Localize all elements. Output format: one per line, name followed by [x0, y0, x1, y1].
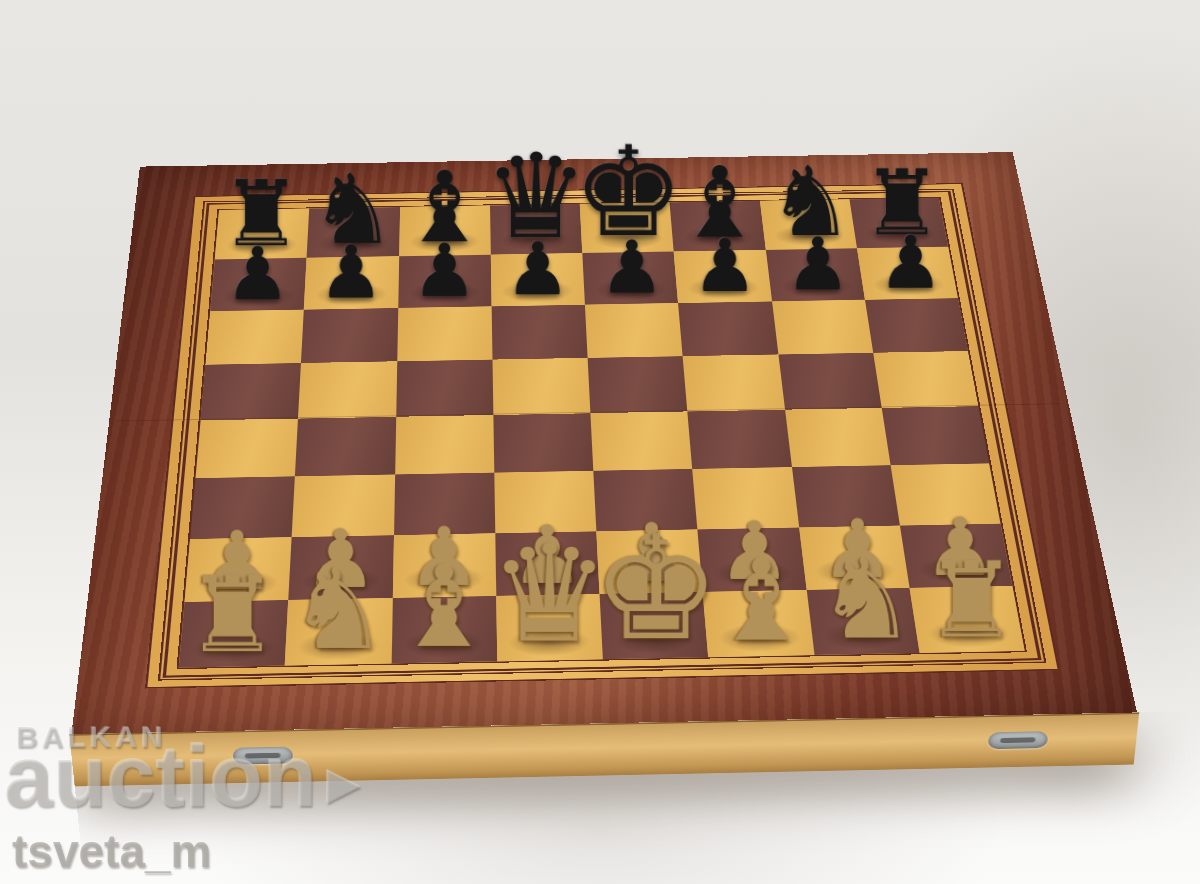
white-knight: ♞	[817, 547, 916, 652]
square-d5	[492, 358, 590, 415]
square-d1: ♛	[496, 594, 603, 662]
white-rook: ♜	[925, 552, 1018, 651]
black-pawn: ♟	[692, 232, 757, 301]
square-h6	[865, 298, 968, 353]
square-h5	[873, 351, 978, 408]
square-e4	[590, 411, 692, 470]
square-g4	[785, 408, 891, 467]
board-squares: ♜♞♝♛♚♝♞♜♟♟♟♟♟♟♟♟♟♟♟♟♟♟♟♟♜♞♝♛♚♝♞♜	[176, 197, 1027, 669]
square-e1: ♚	[600, 592, 709, 659]
square-d4	[493, 413, 593, 473]
white-queen: ♛	[489, 531, 610, 659]
square-c6	[397, 306, 492, 361]
square-h7: ♟	[857, 247, 958, 300]
square-b7: ♟	[304, 256, 399, 309]
white-knight: ♞	[288, 558, 388, 664]
black-pawn: ♟	[224, 240, 290, 310]
square-d6	[491, 304, 587, 359]
black-pawn: ♟	[505, 235, 570, 304]
square-d7: ♟	[491, 253, 585, 306]
black-pawn: ♟	[412, 236, 478, 305]
board-pinstripe-border: ♜♞♝♛♚♝♞♜♟♟♟♟♟♟♟♟♟♟♟♟♟♟♟♟♜♞♝♛♚♝♞♜	[163, 191, 1042, 678]
square-c1: ♝	[391, 596, 497, 664]
square-b5	[298, 361, 397, 418]
hinge-left	[232, 747, 293, 765]
black-pawn: ♟	[599, 233, 664, 302]
square-e6	[585, 303, 683, 358]
square-a4	[195, 419, 298, 479]
square-f7: ♟	[674, 250, 772, 303]
square-h1: ♜	[909, 586, 1024, 653]
square-b6	[301, 308, 398, 363]
white-bishop: ♝	[393, 554, 494, 662]
square-c4	[395, 415, 494, 475]
square-a1: ♜	[179, 600, 289, 668]
white-bishop: ♝	[711, 547, 812, 654]
square-a7: ♟	[210, 258, 307, 311]
square-h4	[881, 406, 989, 465]
square-a6	[205, 309, 304, 364]
square-b4	[295, 417, 396, 477]
square-c5	[396, 359, 493, 416]
square-g5	[778, 353, 882, 410]
square-g7: ♟	[765, 248, 864, 301]
square-g1: ♞	[806, 588, 919, 655]
square-g6	[772, 300, 873, 355]
square-c7: ♟	[398, 255, 492, 308]
black-pawn: ♟	[318, 238, 384, 307]
square-f5	[683, 354, 785, 411]
square-f6	[678, 301, 778, 356]
hinge-right	[988, 731, 1049, 749]
white-king: ♚	[591, 521, 720, 657]
board-top-face: ♜♞♝♛♚♝♞♜♟♟♟♟♟♟♟♟♟♟♟♟♟♟♟♟♜♞♝♛♚♝♞♜	[71, 152, 1137, 734]
black-pawn: ♟	[878, 228, 943, 297]
square-b1: ♞	[285, 598, 392, 666]
black-pawn: ♟	[785, 230, 850, 299]
scene: ♜♞♝♛♚♝♞♜♟♟♟♟♟♟♟♟♟♟♟♟♟♟♟♟♜♞♝♛♚♝♞♜	[0, 0, 1200, 884]
photo-background: ♜♞♝♛♚♝♞♜♟♟♟♟♟♟♟♟♟♟♟♟♟♟♟♟♜♞♝♛♚♝♞♜ BALKAN …	[0, 0, 1200, 884]
board-frame: ♜♞♝♛♚♝♞♜♟♟♟♟♟♟♟♟♟♟♟♟♟♟♟♟♜♞♝♛♚♝♞♜	[145, 183, 1060, 688]
square-f4	[688, 410, 792, 469]
white-rook: ♜	[185, 566, 279, 665]
chess-board: ♜♞♝♛♚♝♞♜♟♟♟♟♟♟♟♟♟♟♟♟♟♟♟♟♜♞♝♛♚♝♞♜	[71, 152, 1137, 734]
square-e7: ♟	[582, 252, 678, 305]
square-e5	[588, 356, 688, 413]
square-a5	[201, 363, 302, 420]
